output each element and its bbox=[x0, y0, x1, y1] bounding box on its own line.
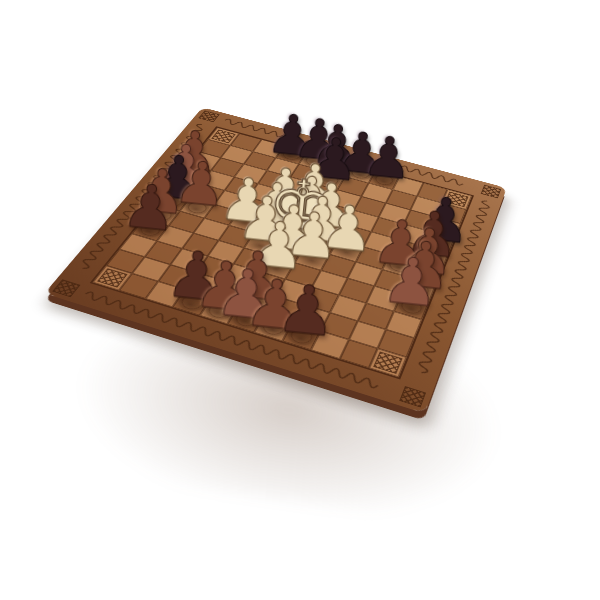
product-photo-canvas: ♟♟♟♟♟♟♟♟♟♟♟♟♟♟♟♟♟♟♚♟♟♟♟♟♟♟♟♟♟♟♟♟♟♟♟♟♟ bbox=[0, 0, 600, 600]
cell-a8[interactable]: ♟ bbox=[132, 219, 169, 241]
soldier-glyph: ♟ bbox=[113, 173, 188, 241]
board-grid: ♟♟♟♟♟♟♟♟♟♟♟♟♟♟♟♟♟♟♚♟♟♟♟♟♟♟♟♟♟♟♟♟♟♟♟♟♟ bbox=[90, 126, 474, 379]
leather-board-mat: ♟♟♟♟♟♟♟♟♟♟♟♟♟♟♟♟♟♟♚♟♟♟♟♟♟♟♟♟♟♟♟♟♟♟♟♟♟ bbox=[44, 107, 506, 413]
border-corner-knot bbox=[52, 279, 81, 297]
border-corner-knot bbox=[399, 386, 426, 408]
border-corner-knot bbox=[481, 185, 502, 199]
scene: ♟♟♟♟♟♟♟♟♟♟♟♟♟♟♟♟♟♟♚♟♟♟♟♟♟♟♟♟♟♟♟♟♟♟♟♟♟ bbox=[0, 0, 600, 600]
